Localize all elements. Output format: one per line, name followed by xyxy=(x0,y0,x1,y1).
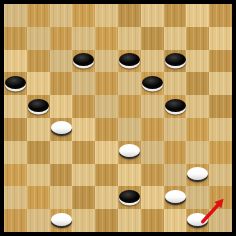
light-square-r9c3 xyxy=(72,209,95,232)
light-square-r4c0 xyxy=(4,95,27,118)
black-man-13[interactable] xyxy=(119,53,140,66)
light-square-r1c5 xyxy=(118,27,141,50)
square-4[interactable] xyxy=(164,4,187,27)
square-17[interactable] xyxy=(50,72,73,95)
light-square-r5c7 xyxy=(164,118,187,141)
square-38[interactable] xyxy=(95,164,118,187)
square-22[interactable] xyxy=(72,95,95,118)
square-39[interactable] xyxy=(141,164,164,187)
square-30[interactable] xyxy=(186,118,209,141)
light-square-r3c5 xyxy=(118,72,141,95)
light-square-r3c3 xyxy=(72,72,95,95)
square-35[interactable] xyxy=(209,141,232,164)
square-18[interactable] xyxy=(95,72,118,95)
light-square-r1c3 xyxy=(72,27,95,50)
light-square-r8c4 xyxy=(95,186,118,209)
board-frame xyxy=(0,0,236,236)
square-2[interactable] xyxy=(72,4,95,27)
black-man-24[interactable] xyxy=(165,99,186,112)
light-square-r8c6 xyxy=(141,186,164,209)
square-25[interactable] xyxy=(209,95,232,118)
light-square-r4c8 xyxy=(186,95,209,118)
white-man-44[interactable] xyxy=(165,190,186,203)
light-square-r0c0 xyxy=(4,4,27,27)
light-square-r5c9 xyxy=(209,118,232,141)
light-square-r3c9 xyxy=(209,72,232,95)
light-square-r3c7 xyxy=(164,72,187,95)
square-42[interactable] xyxy=(72,186,95,209)
light-square-r2c2 xyxy=(50,50,73,73)
light-square-r1c1 xyxy=(27,27,50,50)
square-23[interactable] xyxy=(118,95,141,118)
light-square-r9c5 xyxy=(118,209,141,232)
square-10[interactable] xyxy=(186,27,209,50)
square-15[interactable] xyxy=(209,50,232,73)
light-square-r2c6 xyxy=(141,50,164,73)
light-square-r7c1 xyxy=(27,164,50,187)
square-32[interactable] xyxy=(72,141,95,164)
light-square-r7c3 xyxy=(72,164,95,187)
light-square-r2c0 xyxy=(4,50,27,73)
light-square-r5c3 xyxy=(72,118,95,141)
light-square-r9c7 xyxy=(164,209,187,232)
square-20[interactable] xyxy=(186,72,209,95)
square-29[interactable] xyxy=(141,118,164,141)
light-square-r6c2 xyxy=(50,141,73,164)
square-46[interactable] xyxy=(4,209,27,232)
light-square-r5c1 xyxy=(27,118,50,141)
light-square-r4c2 xyxy=(50,95,73,118)
square-1[interactable] xyxy=(27,4,50,27)
square-45[interactable] xyxy=(209,186,232,209)
square-8[interactable] xyxy=(95,27,118,50)
light-square-r2c4 xyxy=(95,50,118,73)
light-square-r9c9 xyxy=(209,209,232,232)
light-square-r8c2 xyxy=(50,186,73,209)
light-square-r0c4 xyxy=(95,4,118,27)
light-square-r1c7 xyxy=(164,27,187,50)
light-square-r7c9 xyxy=(209,164,232,187)
light-square-r6c6 xyxy=(141,141,164,164)
square-9[interactable] xyxy=(141,27,164,50)
light-square-r8c0 xyxy=(4,186,27,209)
light-square-r1c9 xyxy=(209,27,232,50)
black-man-14[interactable] xyxy=(165,53,186,66)
black-man-16[interactable] xyxy=(5,76,26,89)
light-square-r3c1 xyxy=(27,72,50,95)
square-36[interactable] xyxy=(4,164,27,187)
light-square-r4c4 xyxy=(95,95,118,118)
square-7[interactable] xyxy=(50,27,73,50)
square-28[interactable] xyxy=(95,118,118,141)
light-square-r7c5 xyxy=(118,164,141,187)
light-square-r9c1 xyxy=(27,209,50,232)
light-square-r4c6 xyxy=(141,95,164,118)
light-square-r5c5 xyxy=(118,118,141,141)
square-5[interactable] xyxy=(209,4,232,27)
square-48[interactable] xyxy=(95,209,118,232)
light-square-r8c8 xyxy=(186,186,209,209)
square-6[interactable] xyxy=(4,27,27,50)
square-31[interactable] xyxy=(27,141,50,164)
light-square-r0c6 xyxy=(141,4,164,27)
light-square-r7c7 xyxy=(164,164,187,187)
square-11[interactable] xyxy=(27,50,50,73)
light-square-r6c8 xyxy=(186,141,209,164)
white-man-47[interactable] xyxy=(51,213,72,226)
square-26[interactable] xyxy=(4,118,27,141)
black-man-19[interactable] xyxy=(142,76,163,89)
draughts-board xyxy=(4,4,232,232)
black-man-21[interactable] xyxy=(28,99,49,112)
light-square-r2c8 xyxy=(186,50,209,73)
white-man-50[interactable] xyxy=(187,213,208,226)
square-41[interactable] xyxy=(27,186,50,209)
square-34[interactable] xyxy=(164,141,187,164)
square-49[interactable] xyxy=(141,209,164,232)
light-square-r0c2 xyxy=(50,4,73,27)
light-square-r6c4 xyxy=(95,141,118,164)
black-man-43[interactable] xyxy=(119,190,140,203)
light-square-r6c0 xyxy=(4,141,27,164)
square-3[interactable] xyxy=(118,4,141,27)
light-square-r0c8 xyxy=(186,4,209,27)
square-37[interactable] xyxy=(50,164,73,187)
